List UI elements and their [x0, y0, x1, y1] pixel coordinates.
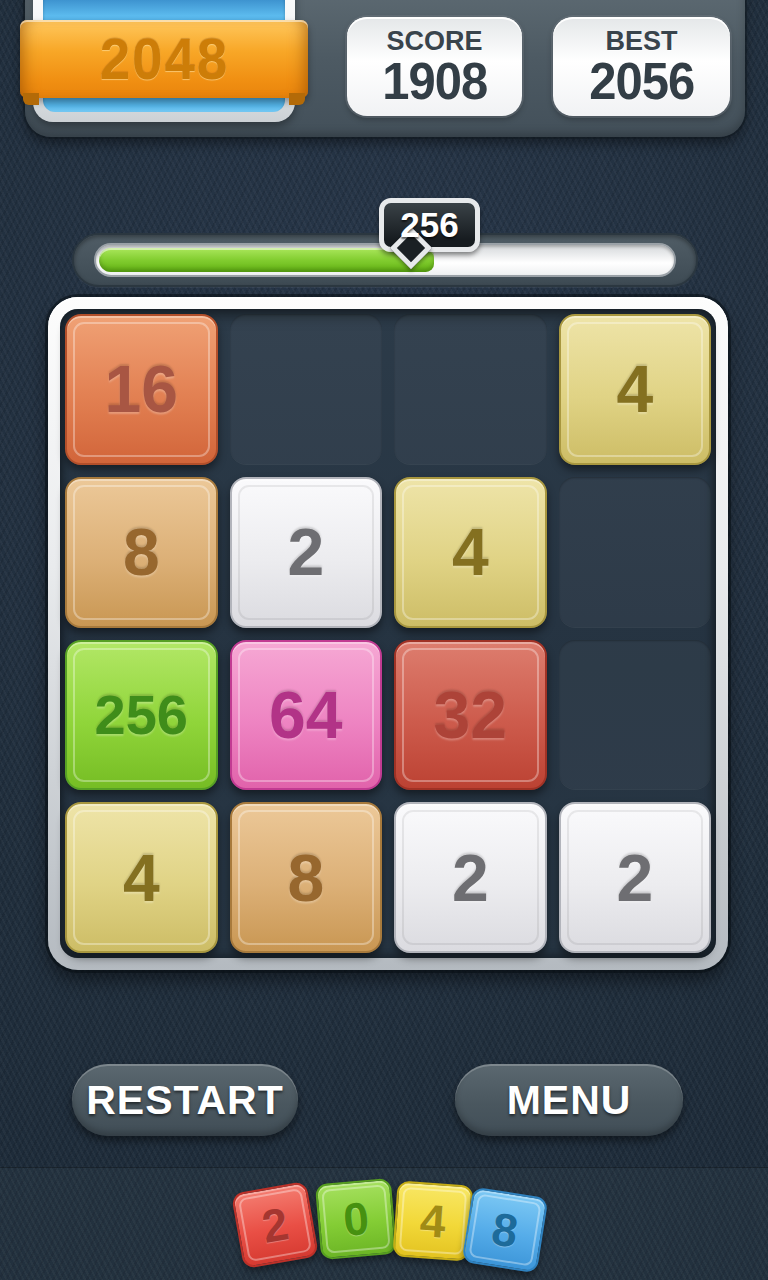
tile-2-r2c2: 2: [230, 477, 383, 628]
empty-cell-r3c4: [559, 640, 712, 791]
tile-4-r1c4: 4: [559, 314, 712, 465]
empty-cell-r1c2: [230, 314, 383, 465]
empty-cell-r2c4: [559, 477, 712, 628]
board-frame: 16482425664324822: [48, 297, 728, 970]
tile-32-r3c3: 32: [394, 640, 547, 791]
tile-4-r4c1: 4: [65, 802, 218, 953]
best-label: BEST: [605, 26, 677, 56]
logo-tile-8: 8: [462, 1187, 549, 1274]
board-grid[interactable]: 16482425664324822: [60, 309, 716, 958]
tile-8-r4c2: 8: [230, 802, 383, 953]
empty-cell-r1c3: [394, 314, 547, 465]
logo-ribbon: 2048: [20, 20, 308, 98]
best-box: BEST 2056: [553, 17, 730, 116]
progress-badge-value: 256: [400, 205, 458, 245]
footer-logo: 2048: [233, 1178, 549, 1278]
score-box: SCORE 1908: [347, 17, 522, 116]
progress-fill: [99, 248, 434, 272]
menu-button[interactable]: MENU: [455, 1064, 683, 1136]
tile-64-r3c2: 64: [230, 640, 383, 791]
score-label: SCORE: [386, 26, 482, 56]
progress-badge: 256: [379, 198, 480, 252]
tile-2-r4c3: 2: [394, 802, 547, 953]
logo-tile-4: 4: [392, 1180, 473, 1261]
tile-8-r2c1: 8: [65, 477, 218, 628]
tile-4-r2c3: 4: [394, 477, 547, 628]
restart-button[interactable]: RESTART: [72, 1064, 298, 1136]
tile-256-r3c1: 256: [65, 640, 218, 791]
logo-tile-2: 2: [231, 1181, 319, 1269]
score-value: 1908: [382, 56, 487, 108]
best-value: 2056: [589, 56, 694, 108]
tile-2-r4c4: 2: [559, 802, 712, 953]
logo-tile-0: 0: [315, 1178, 397, 1260]
tile-16-r1c1: 16: [65, 314, 218, 465]
app-title: 2048: [99, 26, 228, 92]
